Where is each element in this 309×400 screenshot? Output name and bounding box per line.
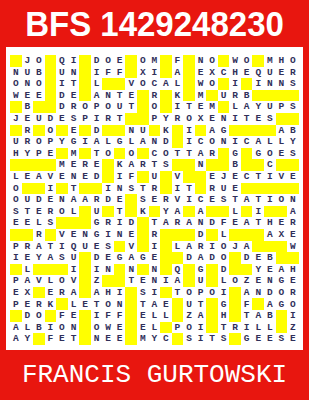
blocked-cell xyxy=(287,113,299,125)
blocked-cell xyxy=(79,67,91,79)
letter-cell: I xyxy=(229,136,241,148)
letter-cell: N xyxy=(102,90,114,102)
letter-cell: I xyxy=(229,78,241,90)
letter-cell: S xyxy=(183,333,195,345)
letter-cell: P xyxy=(33,148,45,160)
blocked-cell xyxy=(102,206,114,218)
letter-cell: X xyxy=(276,229,288,241)
blocked-cell xyxy=(102,159,114,171)
letter-cell: T xyxy=(22,206,34,218)
letter-cell: U xyxy=(33,113,45,125)
blocked-cell xyxy=(33,159,45,171)
letter-cell: S xyxy=(10,206,22,218)
blocked-cell xyxy=(218,78,230,90)
letter-cell: T xyxy=(91,148,103,160)
letter-cell: L xyxy=(22,264,34,276)
letter-cell: I xyxy=(252,78,264,90)
letter-cell: E xyxy=(22,171,34,183)
letter-cell: C xyxy=(264,159,276,171)
blocked-cell xyxy=(229,229,241,241)
letter-cell: G xyxy=(114,136,126,148)
letter-cell: T xyxy=(241,310,253,322)
letter-cell: M xyxy=(195,90,207,102)
letter-cell: E xyxy=(206,171,218,183)
letter-cell: E xyxy=(68,125,80,137)
blocked-cell xyxy=(10,159,22,171)
letter-cell: Y xyxy=(22,333,34,345)
letter-cell: E xyxy=(102,333,114,345)
letter-cell: A xyxy=(276,264,288,276)
blocked-cell xyxy=(206,159,218,171)
blocked-cell xyxy=(45,159,57,171)
letter-cell: F xyxy=(114,310,126,322)
letter-cell: D xyxy=(56,90,68,102)
blocked-cell xyxy=(22,183,34,195)
blocked-cell xyxy=(137,229,149,241)
letter-cell: B xyxy=(22,101,34,113)
letter-cell: D xyxy=(45,113,57,125)
letter-cell: N xyxy=(218,113,230,125)
blocked-cell xyxy=(10,101,22,113)
letter-cell: N xyxy=(114,298,126,310)
letter-cell: I xyxy=(91,113,103,125)
letter-cell: M xyxy=(149,55,161,67)
letter-cell: S xyxy=(137,287,149,299)
letter-cell: S xyxy=(287,101,299,113)
letter-cell: N xyxy=(287,194,299,206)
letter-cell: A xyxy=(91,90,103,102)
blocked-cell xyxy=(183,78,195,90)
letter-cell: A xyxy=(252,310,264,322)
letter-cell: F xyxy=(218,217,230,229)
blocked-cell xyxy=(137,113,149,125)
letter-cell: E xyxy=(195,101,207,113)
letter-cell: A xyxy=(241,101,253,113)
letter-cell: G xyxy=(91,217,103,229)
blocked-cell xyxy=(229,264,241,276)
blocked-cell xyxy=(241,159,253,171)
blocked-cell xyxy=(195,171,207,183)
letter-cell: L xyxy=(22,322,34,334)
letter-cell: T xyxy=(149,217,161,229)
letter-cell: N xyxy=(22,78,34,90)
blocked-cell xyxy=(276,183,288,195)
letter-cell: A xyxy=(68,287,80,299)
letter-cell: E xyxy=(10,287,22,299)
letter-cell: R xyxy=(229,90,241,102)
blocked-cell xyxy=(252,159,264,171)
letter-cell: A xyxy=(33,241,45,253)
letter-cell: A xyxy=(252,136,264,148)
blocked-cell xyxy=(125,333,137,345)
letter-cell: N xyxy=(218,136,230,148)
letter-cell: T xyxy=(172,287,184,299)
letter-cell: I xyxy=(68,264,80,276)
letter-cell: Q xyxy=(68,241,80,253)
letter-cell: L xyxy=(68,298,80,310)
blocked-cell xyxy=(160,252,172,264)
letter-cell: V xyxy=(33,275,45,287)
letter-cell: T xyxy=(68,333,80,345)
letter-cell: T xyxy=(252,194,264,206)
letter-cell: E xyxy=(229,183,241,195)
letter-cell: L xyxy=(10,171,22,183)
letter-cell: W xyxy=(287,241,299,253)
letter-cell: C xyxy=(241,136,253,148)
blocked-cell xyxy=(79,275,91,287)
letter-cell: T xyxy=(45,241,57,253)
letter-cell: K xyxy=(45,298,57,310)
blocked-cell xyxy=(91,183,103,195)
letter-cell: E xyxy=(22,252,34,264)
letter-cell: L xyxy=(45,275,57,287)
blocked-cell xyxy=(79,125,91,137)
letter-cell: B xyxy=(33,67,45,79)
letter-cell: E xyxy=(252,333,264,345)
letter-cell: D xyxy=(125,217,137,229)
letter-cell: O xyxy=(56,206,68,218)
blocked-cell xyxy=(137,148,149,160)
blocked-cell xyxy=(102,78,114,90)
letter-cell: U xyxy=(137,125,149,137)
blocked-cell xyxy=(172,310,184,322)
letter-cell: A xyxy=(195,310,207,322)
letter-cell: T xyxy=(206,333,218,345)
letter-cell: A xyxy=(160,217,172,229)
letter-cell: U xyxy=(264,67,276,79)
letter-cell: G xyxy=(218,125,230,137)
letter-cell: O xyxy=(10,78,22,90)
letter-cell: N xyxy=(91,333,103,345)
blocked-cell xyxy=(264,125,276,137)
letter-cell: E xyxy=(125,229,137,241)
letter-cell: G xyxy=(114,252,126,264)
letter-cell: I xyxy=(102,183,114,195)
letter-cell: S xyxy=(137,194,149,206)
letter-cell: S xyxy=(125,183,137,195)
letter-cell: S xyxy=(56,252,68,264)
letter-cell: F xyxy=(45,333,57,345)
letter-cell: N xyxy=(195,217,207,229)
blocked-cell xyxy=(125,310,137,322)
letter-cell: L xyxy=(149,322,161,334)
letter-cell: A xyxy=(125,159,137,171)
blocked-cell xyxy=(45,90,57,102)
letter-cell: R xyxy=(102,113,114,125)
letter-cell: E xyxy=(206,113,218,125)
blocked-cell xyxy=(102,125,114,137)
blocked-cell xyxy=(137,101,149,113)
letter-cell: O xyxy=(56,322,68,334)
blocked-cell xyxy=(172,125,184,137)
letter-cell: P xyxy=(10,298,22,310)
letter-cell: Y xyxy=(33,252,45,264)
blocked-cell xyxy=(252,125,264,137)
letter-cell: V xyxy=(68,275,80,287)
letter-cell: O xyxy=(276,194,288,206)
blocked-cell xyxy=(79,55,91,67)
letter-cell: R xyxy=(22,136,34,148)
letter-cell: O xyxy=(56,275,68,287)
letter-cell: G xyxy=(229,148,241,160)
letter-cell: A xyxy=(91,136,103,148)
letter-cell: E xyxy=(102,252,114,264)
letter-cell: U xyxy=(22,194,34,206)
letter-cell: E xyxy=(22,298,34,310)
letter-cell: A xyxy=(33,171,45,183)
letter-cell: A xyxy=(241,217,253,229)
letter-cell: U xyxy=(22,67,34,79)
letter-cell: D xyxy=(206,252,218,264)
letter-cell: D xyxy=(91,125,103,137)
letter-cell: A xyxy=(241,241,253,253)
letter-cell: I xyxy=(195,322,207,334)
letter-cell: Z xyxy=(183,310,195,322)
letter-cell: N xyxy=(195,159,207,171)
letter-cell: S xyxy=(218,333,230,345)
letter-cell: Y xyxy=(22,148,34,160)
letter-cell: O xyxy=(276,287,288,299)
letter-cell: P xyxy=(91,101,103,113)
blocked-cell xyxy=(276,252,288,264)
letter-cell: B xyxy=(229,159,241,171)
blocked-cell xyxy=(137,264,149,276)
letter-cell: V xyxy=(56,229,68,241)
letter-cell: D xyxy=(218,264,230,276)
letter-cell: F xyxy=(114,67,126,79)
letter-cell: E xyxy=(287,333,299,345)
letter-cell: E xyxy=(91,159,103,171)
blocked-cell xyxy=(218,55,230,67)
letter-cell: G xyxy=(276,275,288,287)
letter-cell: N xyxy=(252,287,264,299)
blocked-cell xyxy=(229,252,241,264)
letter-cell: S xyxy=(287,148,299,160)
letter-cell: P xyxy=(195,287,207,299)
letter-cell: O xyxy=(102,101,114,113)
letter-cell: E xyxy=(79,298,91,310)
blocked-cell xyxy=(172,136,184,148)
letter-cell: M xyxy=(206,101,218,113)
blocked-cell xyxy=(160,322,172,334)
letter-cell: R xyxy=(206,148,218,160)
letter-cell: E xyxy=(10,217,22,229)
letter-cell: Y xyxy=(160,113,172,125)
letter-cell: P xyxy=(10,275,22,287)
letter-cell: I xyxy=(264,194,276,206)
blocked-cell xyxy=(45,310,57,322)
blocked-cell xyxy=(287,252,299,264)
letter-cell: O xyxy=(206,55,218,67)
letter-cell: Q xyxy=(56,55,68,67)
letter-cell: N xyxy=(10,67,22,79)
letter-cell: S xyxy=(287,78,299,90)
letter-cell: C xyxy=(195,136,207,148)
letter-cell: T xyxy=(68,78,80,90)
letter-cell: O xyxy=(264,148,276,160)
letter-cell: O xyxy=(10,183,22,195)
letter-cell: A xyxy=(241,194,253,206)
letter-cell: I xyxy=(172,101,184,113)
letter-cell: F xyxy=(102,67,114,79)
letter-cell: O xyxy=(287,55,299,67)
blocked-cell xyxy=(241,183,253,195)
letter-cell: A xyxy=(79,194,91,206)
blocked-cell xyxy=(160,67,172,79)
blocked-cell xyxy=(206,322,218,334)
blocked-cell xyxy=(218,206,230,218)
letter-cell: S xyxy=(218,194,230,206)
letter-cell: L xyxy=(68,206,80,218)
letter-cell: D xyxy=(91,252,103,264)
blocked-cell xyxy=(276,241,288,253)
letter-cell: N xyxy=(68,171,80,183)
letter-cell: I xyxy=(79,136,91,148)
letter-cell: A xyxy=(172,67,184,79)
letter-cell: T xyxy=(195,298,207,310)
letter-cell: A xyxy=(10,322,22,334)
letter-cell: D xyxy=(33,194,45,206)
blocked-cell xyxy=(287,183,299,195)
blocked-cell xyxy=(79,78,91,90)
blocked-cell xyxy=(160,101,172,113)
blocked-cell xyxy=(125,298,137,310)
letter-cell: I xyxy=(183,194,195,206)
blocked-cell xyxy=(276,90,288,102)
letter-cell: I xyxy=(183,125,195,137)
blocked-cell xyxy=(276,113,288,125)
blocked-cell xyxy=(183,206,195,218)
letter-cell: U xyxy=(10,136,22,148)
book-cover: BFS 1429248230 JOQIDOEOMFNOWOMHONUBUNIFF… xyxy=(0,0,309,400)
blocked-cell xyxy=(79,217,91,229)
letter-cell: L xyxy=(229,101,241,113)
blocked-cell xyxy=(79,310,91,322)
blocked-cell xyxy=(33,333,45,345)
letter-cell: E xyxy=(45,148,57,160)
letter-cell: I xyxy=(68,55,80,67)
letter-cell: F xyxy=(102,310,114,322)
blocked-cell xyxy=(160,183,172,195)
blocked-cell xyxy=(252,241,264,253)
letter-cell: D xyxy=(206,217,218,229)
letter-cell: L xyxy=(276,136,288,148)
letter-cell: I xyxy=(252,206,264,218)
letter-cell: E xyxy=(149,252,161,264)
blocked-cell xyxy=(172,298,184,310)
letter-cell: N xyxy=(149,275,161,287)
blocked-cell xyxy=(183,67,195,79)
letter-cell: A xyxy=(125,252,137,264)
letter-cell: E xyxy=(33,90,45,102)
letter-cell: Z xyxy=(287,322,299,334)
blocked-cell xyxy=(287,90,299,102)
letter-cell: C xyxy=(149,148,161,160)
letter-cell: P xyxy=(276,101,288,113)
letter-cell: O xyxy=(33,78,45,90)
letter-cell: X xyxy=(22,287,34,299)
letter-cell: Y xyxy=(160,206,172,218)
blocked-cell xyxy=(206,275,218,287)
blocked-cell xyxy=(68,217,80,229)
blocked-cell xyxy=(137,217,149,229)
blocked-cell xyxy=(56,183,68,195)
blocked-cell xyxy=(102,171,114,183)
letter-cell: L xyxy=(125,136,137,148)
blocked-cell xyxy=(264,206,276,218)
title-band: BFS 1429248230 xyxy=(0,0,309,47)
letter-cell: J xyxy=(22,55,34,67)
letter-cell: U xyxy=(56,67,68,79)
blocked-cell xyxy=(160,241,172,253)
letter-cell: O xyxy=(137,78,149,90)
letter-cell: A xyxy=(241,287,253,299)
letter-cell: O xyxy=(33,55,45,67)
blocked-cell xyxy=(229,310,241,322)
book-title: BFS 1429248230 xyxy=(25,4,284,44)
letter-cell: U xyxy=(79,241,91,253)
blocked-cell xyxy=(10,229,22,241)
letter-cell: R xyxy=(195,241,207,253)
letter-cell: G xyxy=(218,298,230,310)
letter-cell: U xyxy=(218,90,230,102)
blocked-cell xyxy=(79,183,91,195)
letter-cell: K xyxy=(160,125,172,137)
blocked-cell xyxy=(172,333,184,345)
letter-cell: E xyxy=(264,333,276,345)
letter-cell: E xyxy=(287,171,299,183)
blocked-cell xyxy=(79,333,91,345)
letter-cell: F xyxy=(125,171,137,183)
letter-cell: A xyxy=(276,125,288,137)
blocked-cell xyxy=(56,217,68,229)
letter-cell: G xyxy=(91,229,103,241)
blocked-cell xyxy=(218,101,230,113)
letter-cell: E xyxy=(56,171,68,183)
blocked-cell xyxy=(206,298,218,310)
blocked-cell xyxy=(264,90,276,102)
letter-cell: O xyxy=(206,287,218,299)
letter-cell: T xyxy=(172,148,184,160)
letter-cell: N xyxy=(149,264,161,276)
letter-cell: U xyxy=(149,171,161,183)
blocked-cell xyxy=(218,148,230,160)
letter-cell: D xyxy=(183,252,195,264)
letter-cell: N xyxy=(68,67,80,79)
letter-cell: G xyxy=(195,264,207,276)
letter-cell: I xyxy=(91,67,103,79)
letter-cell: B xyxy=(264,310,276,322)
blocked-cell xyxy=(252,229,264,241)
letter-cell: I xyxy=(149,241,161,253)
letter-cell: O xyxy=(33,136,45,148)
letter-cell: O xyxy=(79,101,91,113)
blocked-cell xyxy=(114,148,126,160)
letter-cell: D xyxy=(160,136,172,148)
letter-cell: I xyxy=(91,310,103,322)
letter-cell: L xyxy=(172,241,184,253)
letter-cell: W xyxy=(229,55,241,67)
blocked-cell xyxy=(137,171,149,183)
blocked-cell xyxy=(114,78,126,90)
letter-cell: Y xyxy=(56,136,68,148)
blocked-cell xyxy=(125,206,137,218)
blocked-cell xyxy=(252,55,264,67)
letter-cell: T xyxy=(229,194,241,206)
letter-cell: A xyxy=(91,287,103,299)
blocked-cell xyxy=(56,264,68,276)
letter-cell: E xyxy=(68,229,80,241)
